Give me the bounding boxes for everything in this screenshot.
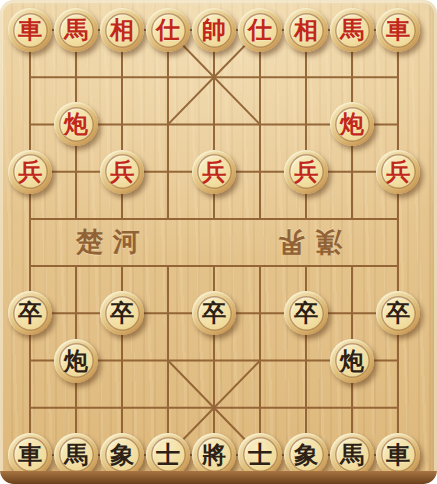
piece-character: 士: [248, 443, 272, 467]
piece-red-soldier-1[interactable]: 兵: [8, 150, 52, 194]
piece-character: 相: [294, 18, 318, 42]
piece-red-soldier-4[interactable]: 兵: [284, 150, 328, 194]
piece-black-soldier-1[interactable]: 卒: [8, 291, 52, 335]
piece-character: 炮: [64, 112, 88, 136]
piece-red-chariot-right[interactable]: 車: [376, 8, 420, 52]
piece-character: 仕: [156, 18, 180, 42]
piece-character: 象: [110, 443, 134, 467]
piece-black-cannon-left[interactable]: 炮: [54, 339, 98, 383]
river-label-chu-he: 楚河: [76, 224, 150, 260]
piece-character: 車: [18, 443, 42, 467]
piece-character: 相: [110, 18, 134, 42]
piece-red-advisor-right[interactable]: 仕: [238, 8, 282, 52]
piece-black-soldier-2[interactable]: 卒: [100, 291, 144, 335]
piece-character: 馬: [340, 18, 364, 42]
piece-character: 卒: [18, 301, 42, 325]
piece-character: 兵: [110, 160, 134, 184]
xiangqi-app: 楚河 漢界 車馬相仕帥仕相馬車炮炮兵兵兵兵兵卒卒卒卒卒炮炮車馬象士將士象馬車: [0, 0, 437, 484]
piece-character: 炮: [340, 349, 364, 373]
piece-character: 兵: [294, 160, 318, 184]
piece-character: 將: [202, 443, 226, 467]
piece-black-soldier-5[interactable]: 卒: [376, 291, 420, 335]
piece-red-soldier-2[interactable]: 兵: [100, 150, 144, 194]
piece-character: 卒: [110, 301, 134, 325]
board-grid: [0, 0, 437, 484]
piece-red-advisor-left[interactable]: 仕: [146, 8, 190, 52]
piece-red-elephant-right[interactable]: 相: [284, 8, 328, 52]
piece-character: 兵: [386, 160, 410, 184]
piece-red-soldier-5[interactable]: 兵: [376, 150, 420, 194]
piece-character: 炮: [340, 112, 364, 136]
piece-character: 馬: [340, 443, 364, 467]
piece-red-horse-right[interactable]: 馬: [330, 8, 374, 52]
piece-red-general[interactable]: 帥: [192, 8, 236, 52]
piece-character: 卒: [386, 301, 410, 325]
piece-character: 卒: [294, 301, 318, 325]
river-label-han-jie: 漢界: [268, 224, 342, 260]
piece-character: 士: [156, 443, 180, 467]
piece-black-soldier-4[interactable]: 卒: [284, 291, 328, 335]
piece-character: 車: [18, 18, 42, 42]
piece-character: 卒: [202, 301, 226, 325]
piece-character: 馬: [64, 18, 88, 42]
piece-character: 象: [294, 443, 318, 467]
piece-black-soldier-3[interactable]: 卒: [192, 291, 236, 335]
piece-red-elephant-left[interactable]: 相: [100, 8, 144, 52]
piece-character: 車: [386, 443, 410, 467]
piece-character: 仕: [248, 18, 272, 42]
piece-character: 兵: [202, 160, 226, 184]
piece-character: 兵: [18, 160, 42, 184]
piece-red-soldier-3[interactable]: 兵: [192, 150, 236, 194]
piece-character: 炮: [64, 349, 88, 373]
board-bottom-edge: [0, 471, 437, 484]
piece-character: 車: [386, 18, 410, 42]
piece-red-chariot-left[interactable]: 車: [8, 8, 52, 52]
xiangqi-board: 楚河 漢界 車馬相仕帥仕相馬車炮炮兵兵兵兵兵卒卒卒卒卒炮炮車馬象士將士象馬車: [0, 0, 437, 484]
piece-character: 馬: [64, 443, 88, 467]
piece-red-horse-left[interactable]: 馬: [54, 8, 98, 52]
piece-black-cannon-right[interactable]: 炮: [330, 339, 374, 383]
piece-character: 帥: [202, 18, 226, 42]
